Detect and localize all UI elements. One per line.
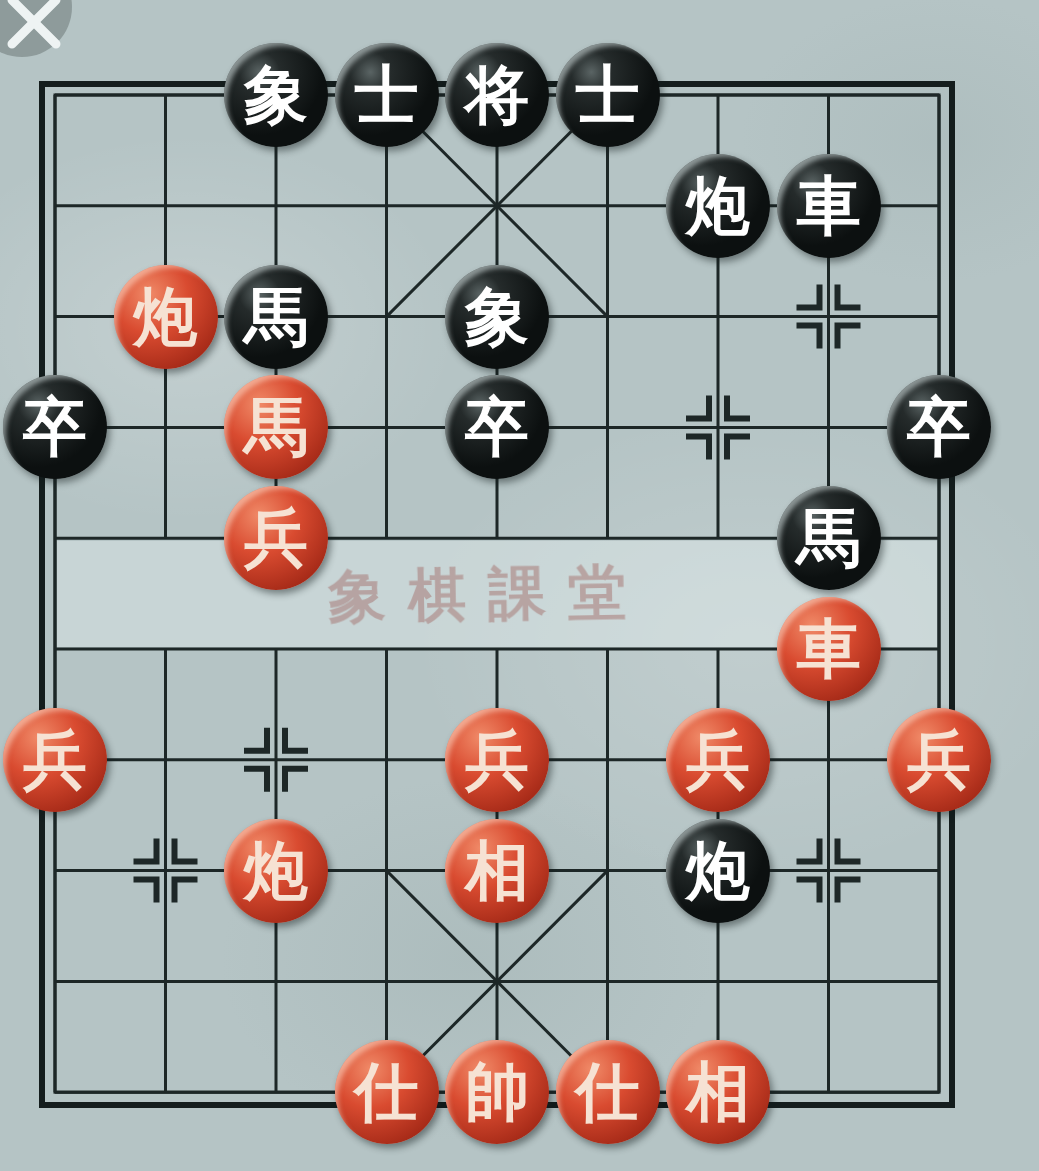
piece-black-advisor[interactable]: 士 bbox=[335, 43, 439, 147]
piece-black-advisor[interactable]: 士 bbox=[556, 43, 660, 147]
piece-black-chariot[interactable]: 車 bbox=[777, 154, 881, 258]
close-button[interactable] bbox=[0, 0, 80, 64]
piece-red-general[interactable]: 帥 bbox=[445, 1040, 549, 1144]
piece-red-soldier[interactable]: 兵 bbox=[3, 708, 107, 812]
piece-black-elephant[interactable]: 象 bbox=[224, 43, 328, 147]
piece-red-soldier[interactable]: 兵 bbox=[887, 708, 991, 812]
close-icon bbox=[0, 0, 80, 64]
piece-black-soldier[interactable]: 卒 bbox=[887, 375, 991, 479]
piece-black-horse[interactable]: 馬 bbox=[224, 265, 328, 369]
piece-black-general[interactable]: 将 bbox=[445, 43, 549, 147]
piece-red-soldier[interactable]: 兵 bbox=[224, 486, 328, 590]
pieces-layer: 象士将士炮車炮馬象卒馬卒卒兵馬車兵兵兵兵炮相炮仕帥仕相 bbox=[0, 40, 994, 1148]
piece-red-cannon[interactable]: 炮 bbox=[224, 819, 328, 923]
piece-black-cannon[interactable]: 炮 bbox=[666, 154, 770, 258]
piece-red-elephant[interactable]: 相 bbox=[666, 1040, 770, 1144]
piece-black-soldier[interactable]: 卒 bbox=[3, 375, 107, 479]
piece-red-advisor[interactable]: 仕 bbox=[335, 1040, 439, 1144]
piece-black-soldier[interactable]: 卒 bbox=[445, 375, 549, 479]
piece-black-elephant[interactable]: 象 bbox=[445, 265, 549, 369]
piece-black-horse[interactable]: 馬 bbox=[777, 486, 881, 590]
piece-red-cannon[interactable]: 炮 bbox=[114, 265, 218, 369]
piece-red-soldier[interactable]: 兵 bbox=[666, 708, 770, 812]
piece-red-advisor[interactable]: 仕 bbox=[556, 1040, 660, 1144]
piece-black-cannon[interactable]: 炮 bbox=[666, 819, 770, 923]
screen: 象棋課堂 象士将士炮車炮馬象卒馬卒卒兵馬車兵兵兵兵炮相炮仕帥仕相 bbox=[0, 0, 1039, 1171]
piece-red-horse[interactable]: 馬 bbox=[224, 375, 328, 479]
piece-red-elephant[interactable]: 相 bbox=[445, 819, 549, 923]
piece-red-soldier[interactable]: 兵 bbox=[445, 708, 549, 812]
xiangqi-board: 象棋課堂 象士将士炮車炮馬象卒馬卒卒兵馬車兵兵兵兵炮相炮仕帥仕相 bbox=[0, 0, 1039, 1171]
piece-red-chariot[interactable]: 車 bbox=[777, 597, 881, 701]
